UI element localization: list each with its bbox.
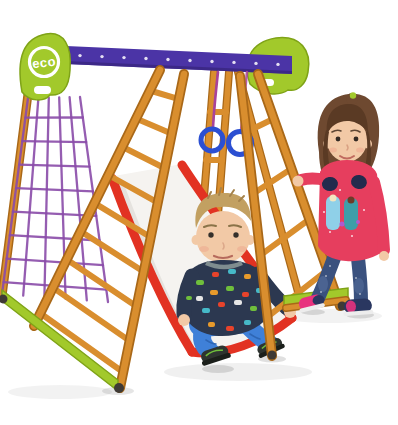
boy-eye-right [233,232,238,237]
eco-badge: eco [20,34,70,100]
play-gym-scene: eco [0,0,398,425]
boy-face [196,211,250,263]
boy-hand-left [178,314,190,326]
girl-hair-tie [350,92,356,98]
boy-arm-left [184,276,192,314]
boy-eye-left [208,232,213,237]
base-board-left [0,290,124,393]
girl-hand-right [379,251,389,261]
badge-handle-slot [34,86,51,94]
eco-logo-text: eco [31,54,56,71]
girl-arm-left [301,179,326,181]
girl-shoe-right [342,298,373,316]
product-photo: eco [0,0,398,425]
girl-eye-right [354,137,359,142]
girl-eye-left [336,137,341,142]
girl-hand-left [293,176,304,187]
